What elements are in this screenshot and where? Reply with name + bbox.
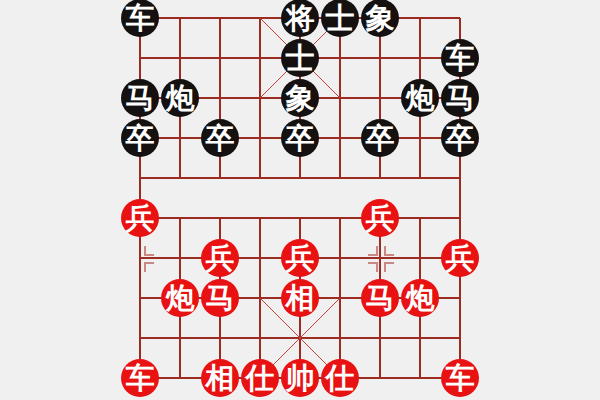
- piece-black-advisor[interactable]: 士: [281, 39, 319, 77]
- piece-red-advisor[interactable]: 仕: [321, 359, 359, 397]
- piece-red-advisor[interactable]: 仕: [241, 359, 279, 397]
- piece-red-soldier[interactable]: 兵: [361, 199, 399, 237]
- piece-red-horse[interactable]: 马: [201, 279, 239, 317]
- piece-red-horse[interactable]: 马: [361, 279, 399, 317]
- piece-red-elephant[interactable]: 相: [201, 359, 239, 397]
- piece-black-soldier[interactable]: 卒: [121, 119, 159, 157]
- piece-black-elephant[interactable]: 象: [281, 79, 319, 117]
- point-marker: [368, 262, 378, 272]
- point-marker: [144, 246, 154, 256]
- piece-black-soldier[interactable]: 卒: [361, 119, 399, 157]
- piece-red-cannon[interactable]: 炮: [401, 279, 439, 317]
- piece-black-elephant[interactable]: 象: [361, 0, 399, 37]
- piece-red-chariot[interactable]: 车: [441, 359, 479, 397]
- piece-black-horse[interactable]: 马: [121, 79, 159, 117]
- piece-red-soldier[interactable]: 兵: [441, 239, 479, 277]
- piece-black-cannon[interactable]: 炮: [161, 79, 199, 117]
- piece-red-elephant[interactable]: 相: [281, 279, 319, 317]
- point-marker: [384, 246, 394, 256]
- piece-black-horse[interactable]: 马: [441, 79, 479, 117]
- point-marker: [144, 262, 154, 272]
- point-marker: [384, 262, 394, 272]
- piece-red-soldier[interactable]: 兵: [201, 239, 239, 277]
- piece-black-cannon[interactable]: 炮: [401, 79, 439, 117]
- piece-black-chariot[interactable]: 车: [121, 0, 159, 37]
- piece-black-general[interactable]: 将: [281, 0, 319, 37]
- piece-black-soldier[interactable]: 卒: [281, 119, 319, 157]
- piece-black-soldier[interactable]: 卒: [201, 119, 239, 157]
- piece-red-chariot[interactable]: 车: [121, 359, 159, 397]
- piece-red-general[interactable]: 帅: [281, 359, 319, 397]
- piece-red-soldier[interactable]: 兵: [121, 199, 159, 237]
- point-marker: [368, 246, 378, 256]
- piece-black-advisor[interactable]: 士: [321, 0, 359, 37]
- piece-red-soldier[interactable]: 兵: [281, 239, 319, 277]
- piece-red-cannon[interactable]: 炮: [161, 279, 199, 317]
- piece-black-chariot[interactable]: 车: [441, 39, 479, 77]
- piece-black-soldier[interactable]: 卒: [441, 119, 479, 157]
- xiangqi-board[interactable]: 车将士象士车马炮象炮马卒卒卒卒卒兵兵兵兵兵炮马相马炮车相仕帅仕车: [0, 0, 600, 400]
